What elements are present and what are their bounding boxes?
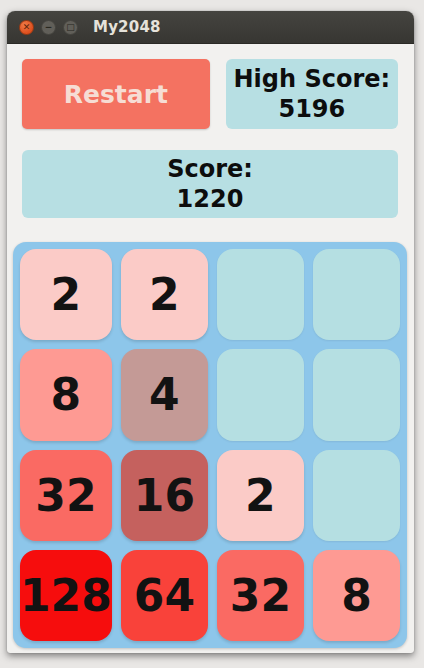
window-title: My2048 (93, 18, 161, 36)
app-window: ✕ − □ My2048 Restart High Score: 5196 Sc… (7, 11, 414, 653)
score-label: Score: (167, 154, 253, 184)
tile-32-r4c3: 32 (217, 550, 304, 641)
tile-2-r3c3: 2 (217, 450, 304, 541)
high-score-label: High Score: (234, 64, 391, 94)
empty-cell-r3c4 (313, 450, 400, 541)
tile-2-r1c1: 2 (20, 249, 112, 340)
empty-cell-r1c3 (217, 249, 304, 340)
tile-8-r4c4: 8 (313, 550, 400, 641)
tile-128-r4c1: 128 (20, 550, 112, 641)
maximize-icon: □ (66, 23, 75, 32)
titlebar: ✕ − □ My2048 (7, 11, 414, 44)
board-grid: 22843216212864328 (13, 242, 407, 648)
tile-2-r1c2: 2 (121, 249, 208, 340)
tile-16-r3c2: 16 (121, 450, 208, 541)
empty-cell-r2c3 (217, 349, 304, 440)
score-box: Score: 1220 (22, 150, 398, 218)
screenshot-stage: ✕ − □ My2048 Restart High Score: 5196 Sc… (0, 0, 424, 668)
close-icon: ✕ (23, 23, 31, 32)
restart-button[interactable]: Restart (22, 59, 210, 129)
header-row: Restart High Score: 5196 (22, 59, 398, 129)
high-score-value: 5196 (278, 94, 345, 124)
tile-8-r2c1: 8 (20, 349, 112, 440)
high-score-box: High Score: 5196 (226, 59, 398, 129)
tile-32-r3c1: 32 (20, 450, 112, 541)
minimize-icon: − (45, 23, 53, 32)
maximize-button[interactable]: □ (63, 20, 78, 35)
minimize-button[interactable]: − (41, 20, 56, 35)
tile-64-r4c2: 64 (121, 550, 208, 641)
tile-4-r2c2: 4 (121, 349, 208, 440)
score-value: 1220 (177, 184, 244, 214)
close-button[interactable]: ✕ (19, 20, 34, 35)
empty-cell-r2c4 (313, 349, 400, 440)
empty-cell-r1c4 (313, 249, 400, 340)
